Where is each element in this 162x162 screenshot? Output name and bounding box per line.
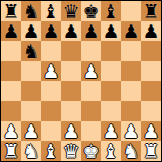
white-bishop[interactable]: ♝ bbox=[42, 141, 59, 161]
square-f5[interactable] bbox=[101, 61, 121, 81]
square-a6[interactable] bbox=[1, 41, 21, 61]
black-king[interactable]: ♚ bbox=[82, 1, 99, 21]
square-g2[interactable]: ♟ bbox=[121, 121, 141, 141]
square-f2[interactable]: ♟ bbox=[101, 121, 121, 141]
white-knight[interactable]: ♞ bbox=[122, 141, 139, 161]
square-f1[interactable]: ♝ bbox=[101, 141, 121, 161]
chess-board: ♜♞♝♛♚♝♜♟♟♟♟♟♟♟♟♞♟♟♟♟♟♟♟♟♜♞♝♛♚♝♞♜ bbox=[0, 0, 162, 162]
square-e2[interactable] bbox=[81, 121, 101, 141]
square-d3[interactable] bbox=[61, 101, 81, 121]
black-pawn[interactable]: ♟ bbox=[102, 21, 119, 41]
square-c5[interactable]: ♟ bbox=[41, 61, 61, 81]
square-a7[interactable]: ♟ bbox=[1, 21, 21, 41]
square-c7[interactable]: ♟ bbox=[41, 21, 61, 41]
square-b2[interactable]: ♟ bbox=[21, 121, 41, 141]
square-e4[interactable] bbox=[81, 81, 101, 101]
square-g8[interactable] bbox=[121, 1, 141, 21]
square-c1[interactable]: ♝ bbox=[41, 141, 61, 161]
square-h2[interactable]: ♟ bbox=[141, 121, 161, 141]
square-a5[interactable] bbox=[1, 61, 21, 81]
square-c6[interactable] bbox=[41, 41, 61, 61]
square-h4[interactable] bbox=[141, 81, 161, 101]
square-a8[interactable]: ♜ bbox=[1, 1, 21, 21]
white-rook[interactable]: ♜ bbox=[2, 141, 19, 161]
square-d1[interactable]: ♛ bbox=[61, 141, 81, 161]
square-a4[interactable] bbox=[1, 81, 21, 101]
square-g4[interactable] bbox=[121, 81, 141, 101]
square-g7[interactable]: ♟ bbox=[121, 21, 141, 41]
square-g3[interactable] bbox=[121, 101, 141, 121]
black-pawn[interactable]: ♟ bbox=[122, 21, 139, 41]
square-c8[interactable]: ♝ bbox=[41, 1, 61, 21]
square-h5[interactable] bbox=[141, 61, 161, 81]
square-f6[interactable] bbox=[101, 41, 121, 61]
black-rook[interactable]: ♜ bbox=[142, 1, 159, 21]
black-pawn[interactable]: ♟ bbox=[62, 21, 79, 41]
square-c4[interactable] bbox=[41, 81, 61, 101]
square-c2[interactable] bbox=[41, 121, 61, 141]
square-g6[interactable] bbox=[121, 41, 141, 61]
square-a2[interactable]: ♟ bbox=[1, 121, 21, 141]
white-pawn[interactable]: ♟ bbox=[102, 121, 119, 141]
square-c3[interactable] bbox=[41, 101, 61, 121]
square-g5[interactable] bbox=[121, 61, 141, 81]
square-d7[interactable]: ♟ bbox=[61, 21, 81, 41]
black-pawn[interactable]: ♟ bbox=[22, 21, 39, 41]
white-pawn[interactable]: ♟ bbox=[2, 121, 19, 141]
square-e8[interactable]: ♚ bbox=[81, 1, 101, 21]
square-e6[interactable] bbox=[81, 41, 101, 61]
square-b5[interactable] bbox=[21, 61, 41, 81]
square-a3[interactable] bbox=[1, 101, 21, 121]
square-d4[interactable] bbox=[61, 81, 81, 101]
white-pawn[interactable]: ♟ bbox=[42, 61, 59, 81]
white-knight[interactable]: ♞ bbox=[22, 141, 39, 161]
square-f4[interactable] bbox=[101, 81, 121, 101]
square-b1[interactable]: ♞ bbox=[21, 141, 41, 161]
square-h7[interactable]: ♟ bbox=[141, 21, 161, 41]
white-pawn[interactable]: ♟ bbox=[142, 121, 159, 141]
square-f8[interactable]: ♝ bbox=[101, 1, 121, 21]
square-a1[interactable]: ♜ bbox=[1, 141, 21, 161]
white-rook[interactable]: ♜ bbox=[142, 141, 159, 161]
square-h6[interactable] bbox=[141, 41, 161, 61]
square-d2[interactable]: ♟ bbox=[61, 121, 81, 141]
square-e1[interactable]: ♚ bbox=[81, 141, 101, 161]
black-pawn[interactable]: ♟ bbox=[2, 21, 19, 41]
square-e5[interactable]: ♟ bbox=[81, 61, 101, 81]
black-pawn[interactable]: ♟ bbox=[42, 21, 59, 41]
white-queen[interactable]: ♛ bbox=[62, 141, 79, 161]
black-queen[interactable]: ♛ bbox=[62, 1, 79, 21]
white-pawn[interactable]: ♟ bbox=[62, 121, 79, 141]
square-h3[interactable] bbox=[141, 101, 161, 121]
black-pawn[interactable]: ♟ bbox=[82, 21, 99, 41]
black-knight[interactable]: ♞ bbox=[22, 41, 39, 61]
white-pawn[interactable]: ♟ bbox=[122, 121, 139, 141]
square-b6[interactable]: ♞ bbox=[21, 41, 41, 61]
square-d5[interactable] bbox=[61, 61, 81, 81]
square-e3[interactable] bbox=[81, 101, 101, 121]
square-e7[interactable]: ♟ bbox=[81, 21, 101, 41]
square-b4[interactable] bbox=[21, 81, 41, 101]
square-g1[interactable]: ♞ bbox=[121, 141, 141, 161]
square-d6[interactable] bbox=[61, 41, 81, 61]
square-f7[interactable]: ♟ bbox=[101, 21, 121, 41]
white-pawn[interactable]: ♟ bbox=[82, 61, 99, 81]
square-f3[interactable] bbox=[101, 101, 121, 121]
black-bishop[interactable]: ♝ bbox=[42, 1, 59, 21]
square-h1[interactable]: ♜ bbox=[141, 141, 161, 161]
square-d8[interactable]: ♛ bbox=[61, 1, 81, 21]
black-bishop[interactable]: ♝ bbox=[102, 1, 119, 21]
black-pawn[interactable]: ♟ bbox=[142, 21, 159, 41]
white-bishop[interactable]: ♝ bbox=[102, 141, 119, 161]
square-h8[interactable]: ♜ bbox=[141, 1, 161, 21]
black-knight[interactable]: ♞ bbox=[22, 1, 39, 21]
white-king[interactable]: ♚ bbox=[82, 141, 99, 161]
square-b7[interactable]: ♟ bbox=[21, 21, 41, 41]
black-rook[interactable]: ♜ bbox=[2, 1, 19, 21]
square-b8[interactable]: ♞ bbox=[21, 1, 41, 21]
square-b3[interactable] bbox=[21, 101, 41, 121]
white-pawn[interactable]: ♟ bbox=[22, 121, 39, 141]
